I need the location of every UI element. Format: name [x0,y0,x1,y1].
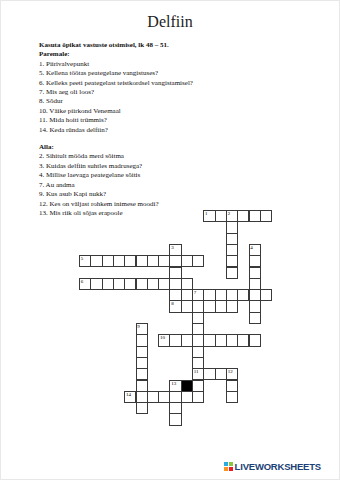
clue-item: 12. Kes on väljast rohkem inimese moodi? [39,200,197,209]
logo-square [224,467,228,471]
grid-cell[interactable] [260,289,272,301]
liveworksheets-logo-icon [224,462,233,471]
down-clue-list: 2. Sihitult mööda merd sõitma3. Kuidas d… [39,152,197,218]
cell-number: 12 [228,369,233,374]
clue-item: 5. Kellena töötas peategelane vangistuse… [39,69,197,78]
cell-number: 4 [250,245,253,250]
clue-item: 7. Mis aeg oli loos? [39,88,197,97]
across-heading: Paremale: [39,50,197,59]
clue-item: 2. Sihitult mööda merd sõitma [39,152,197,161]
logo-square [229,467,233,471]
clue-item: 9. Kus asub Kapi nukk? [39,190,197,199]
clue-item: 7. Au andma [39,181,197,190]
clues-section: Kasuta õpikat vastuste otsimisel, lk 48 … [39,41,197,218]
clue-item: 8. Sõdur [39,97,197,106]
grid-cell[interactable] [249,312,261,324]
grid-cell[interactable] [226,391,238,403]
cell-number: 1 [205,211,208,216]
clue-item: 11. Mida hoiti trümmis? [39,116,197,125]
cell-number: 2 [228,211,231,216]
cell-number: 6 [81,279,84,284]
cell-number: 3 [171,245,174,250]
instructions: Kasuta õpikat vastuste otsimisel, lk 48 … [39,41,197,50]
liveworksheets-logo-text: LIVEWORKSHEETS [235,461,321,472]
grid-cell[interactable] [249,334,261,346]
grid-cell[interactable] [136,402,148,414]
grid-cell[interactable] [260,210,272,222]
cell-number: 10 [160,335,165,340]
cell-number: 9 [137,324,140,329]
grid-cell[interactable] [169,413,181,425]
worksheet-page: Delfiin Kasuta õpikat vastuste otsimisel… [0,0,340,480]
grid-cell[interactable] [226,300,238,312]
cell-number: 8 [171,301,174,306]
clue-item: 14. Keda ründas delfiin? [39,126,197,135]
across-clue-list: 1. Piirivalvepunkt5. Kellena töötas peat… [39,60,197,135]
clue-item: 1. Piirivalvepunkt [39,60,197,69]
cell-number: 14 [126,392,131,397]
clue-item: 3. Kuidas delfiin suhtles madrusega? [39,162,197,171]
logo-square [224,462,228,466]
clue-item: 6. Kelleks peeti peategelast teistkordse… [39,79,197,88]
clue-item: 4. Millise laevaga peategelane sõitis [39,171,197,180]
cell-number: 7 [194,290,197,295]
grid-cell[interactable] [192,391,204,403]
crossword-grid: 1234567891011121314 [79,210,273,426]
down-heading: Alla: [39,143,197,152]
cell-number: 13 [171,381,176,386]
cell-number: 11 [194,369,199,374]
page-title: Delfiin [1,13,339,31]
cell-number: 5 [81,256,84,261]
liveworksheets-logo[interactable]: LIVEWORKSHEETS [224,461,321,472]
grid-cell[interactable] [226,267,238,279]
grid-cell[interactable] [192,255,204,267]
clue-item: 10. Väike piirkond Venemaal [39,107,197,116]
logo-square [229,462,233,466]
